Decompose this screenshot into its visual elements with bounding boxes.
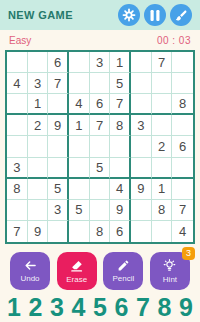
sudoku-cell-r8c8[interactable]: 8	[152, 200, 173, 221]
header-buttons	[118, 4, 192, 26]
sudoku-cell-r8c1[interactable]	[7, 200, 28, 221]
sudoku-cell-r3c6[interactable]: 7	[110, 94, 131, 115]
numpad-key-5[interactable]: 5	[93, 295, 107, 320]
sudoku-board: 63174375146782917832635854913598779864	[5, 50, 195, 244]
sudoku-cell-r9c8[interactable]	[152, 221, 173, 242]
sudoku-cell-r6c1[interactable]: 3	[7, 158, 28, 179]
sudoku-cell-r7c9[interactable]	[172, 179, 193, 200]
numpad-key-9[interactable]: 9	[179, 295, 193, 320]
sudoku-cell-r5c6[interactable]	[110, 136, 131, 157]
sudoku-cell-r4c7[interactable]: 3	[131, 115, 152, 136]
theme-button[interactable]	[170, 4, 192, 26]
sudoku-cell-r2c6[interactable]: 5	[110, 73, 131, 94]
info-row: Easy 00 : 03	[0, 30, 200, 48]
sudoku-cell-r2c2[interactable]: 3	[28, 73, 49, 94]
numpad-key-4[interactable]: 4	[72, 295, 86, 320]
sudoku-cell-r9c6[interactable]: 6	[110, 221, 131, 242]
sudoku-cell-r4c3[interactable]: 9	[48, 115, 69, 136]
hint-label: Hint	[163, 275, 177, 284]
sudoku-cell-r5c5[interactable]	[90, 136, 111, 157]
sudoku-cell-r3c1[interactable]	[7, 94, 28, 115]
settings-button[interactable]	[118, 4, 140, 26]
sudoku-cell-r2c1[interactable]: 4	[7, 73, 28, 94]
sudoku-cell-r1c5[interactable]: 3	[90, 52, 111, 73]
sudoku-cell-r1c4[interactable]	[69, 52, 90, 73]
sudoku-cell-r4c4[interactable]: 1	[69, 115, 90, 136]
header: NEW GAME	[0, 0, 200, 30]
sudoku-cell-r7c5[interactable]	[90, 179, 111, 200]
sudoku-cell-r2c9[interactable]	[172, 73, 193, 94]
sudoku-cell-r1c1[interactable]	[7, 52, 28, 73]
gear-icon	[122, 8, 136, 22]
sudoku-cell-r1c7[interactable]	[131, 52, 152, 73]
erase-label: Erase	[66, 275, 87, 284]
numpad-key-1[interactable]: 1	[7, 295, 21, 320]
sudoku-cell-r5c4[interactable]	[69, 136, 90, 157]
pencil-button[interactable]: Pencil	[103, 252, 143, 290]
lightbulb-icon	[162, 258, 177, 273]
sudoku-cell-r8c4[interactable]: 5	[69, 200, 90, 221]
number-pad: 123456789	[0, 295, 200, 320]
sudoku-cell-r7c4[interactable]	[69, 179, 90, 200]
sudoku-cell-r3c7[interactable]	[131, 94, 152, 115]
sudoku-cell-r7c2[interactable]	[28, 179, 49, 200]
paint-brush-icon	[175, 9, 188, 22]
erase-button[interactable]: Erase	[57, 252, 97, 290]
sudoku-cell-r4c1[interactable]	[7, 115, 28, 136]
sudoku-cell-r1c8[interactable]: 7	[152, 52, 173, 73]
toolbar: Undo Erase Pencil 3 Hint	[0, 252, 200, 290]
sudoku-cell-r2c4[interactable]	[69, 73, 90, 94]
hint-count-badge: 3	[182, 247, 195, 260]
page-title: NEW GAME	[8, 9, 73, 21]
sudoku-cell-r9c5[interactable]: 8	[90, 221, 111, 242]
sudoku-cell-r3c5[interactable]: 6	[90, 94, 111, 115]
difficulty-label: Easy	[9, 35, 31, 46]
sudoku-cell-r5c9[interactable]: 6	[172, 136, 193, 157]
sudoku-cell-r7c8[interactable]: 1	[152, 179, 173, 200]
undo-button[interactable]: Undo	[10, 252, 50, 290]
sudoku-cell-r3c8[interactable]	[152, 94, 173, 115]
pause-icon	[150, 10, 160, 21]
sudoku-cell-r5c8[interactable]: 2	[152, 136, 173, 157]
sudoku-cell-r2c7[interactable]	[131, 73, 152, 94]
numpad-key-3[interactable]: 3	[50, 295, 64, 320]
sudoku-cell-r6c8[interactable]	[152, 158, 173, 179]
sudoku-cell-r6c7[interactable]	[131, 158, 152, 179]
sudoku-cell-r4c6[interactable]: 8	[110, 115, 131, 136]
sudoku-cell-r9c3[interactable]	[48, 221, 69, 242]
sudoku-cell-r6c6[interactable]	[110, 158, 131, 179]
sudoku-cell-r4c5[interactable]: 7	[90, 115, 111, 136]
timer: 00 : 03	[157, 35, 191, 46]
sudoku-cell-r5c1[interactable]	[7, 136, 28, 157]
eraser-icon	[69, 259, 84, 273]
sudoku-cell-r9c4[interactable]	[69, 221, 90, 242]
sudoku-cell-r2c8[interactable]	[152, 73, 173, 94]
pencil-icon	[117, 259, 130, 272]
sudoku-cell-r1c9[interactable]	[172, 52, 193, 73]
sudoku-cell-r3c4[interactable]: 4	[69, 94, 90, 115]
sudoku-cell-r4c8[interactable]	[152, 115, 173, 136]
sudoku-cell-r4c2[interactable]: 2	[28, 115, 49, 136]
sudoku-cell-r1c2[interactable]	[28, 52, 49, 73]
sudoku-cell-r8c2[interactable]	[28, 200, 49, 221]
sudoku-cell-r7c3[interactable]: 5	[48, 179, 69, 200]
sudoku-cell-r5c3[interactable]	[48, 136, 69, 157]
hint-button[interactable]: 3 Hint	[150, 252, 190, 290]
sudoku-cell-r4c9[interactable]	[172, 115, 193, 136]
sudoku-cell-r6c9[interactable]	[172, 158, 193, 179]
sudoku-cell-r3c2[interactable]: 1	[28, 94, 49, 115]
numpad-key-8[interactable]: 8	[158, 295, 172, 320]
sudoku-cell-r6c2[interactable]	[28, 158, 49, 179]
sudoku-cell-r9c1[interactable]: 7	[7, 221, 28, 242]
sudoku-cell-r8c5[interactable]	[90, 200, 111, 221]
sudoku-cell-r7c1[interactable]: 8	[7, 179, 28, 200]
sudoku-cell-r9c2[interactable]: 9	[28, 221, 49, 242]
sudoku-cell-r6c3[interactable]	[48, 158, 69, 179]
numpad-key-6[interactable]: 6	[115, 295, 129, 320]
sudoku-cell-r5c2[interactable]	[28, 136, 49, 157]
sudoku-cell-r3c3[interactable]	[48, 94, 69, 115]
sudoku-cell-r3c9[interactable]: 8	[172, 94, 193, 115]
sudoku-cell-r6c4[interactable]	[69, 158, 90, 179]
numpad-key-7[interactable]: 7	[136, 295, 150, 320]
sudoku-cell-r2c5[interactable]	[90, 73, 111, 94]
sudoku-cell-r6c5[interactable]: 5	[90, 158, 111, 179]
sudoku-cell-r8c7[interactable]	[131, 200, 152, 221]
undo-arrow-icon	[23, 259, 38, 272]
sudoku-cell-r8c3[interactable]: 3	[48, 200, 69, 221]
numpad-key-2[interactable]: 2	[29, 295, 43, 320]
sudoku-cell-r8c6[interactable]: 9	[110, 200, 131, 221]
undo-label: Undo	[20, 274, 39, 283]
sudoku-cell-r9c9[interactable]: 4	[172, 221, 193, 242]
pause-button[interactable]	[144, 4, 166, 26]
sudoku-cell-r7c6[interactable]: 4	[110, 179, 131, 200]
sudoku-cell-r8c9[interactable]: 7	[172, 200, 193, 221]
sudoku-cell-r9c7[interactable]	[131, 221, 152, 242]
sudoku-cell-r7c7[interactable]: 9	[131, 179, 152, 200]
sudoku-cell-r1c3[interactable]: 6	[48, 52, 69, 73]
sudoku-cell-r2c3[interactable]: 7	[48, 73, 69, 94]
sudoku-cell-r1c6[interactable]: 1	[110, 52, 131, 73]
pencil-label: Pencil	[112, 274, 134, 283]
sudoku-cell-r5c7[interactable]	[131, 136, 152, 157]
